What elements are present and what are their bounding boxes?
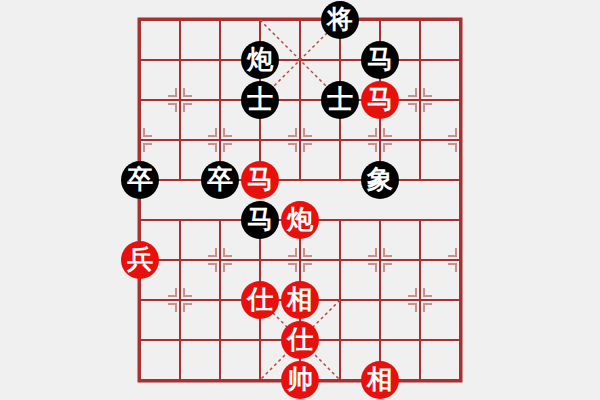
piece-glyph: 帅	[287, 366, 313, 392]
piece-black-advisor[interactable]: 士	[321, 81, 359, 119]
pieces-layer: 将炮马士士马卒卒马象马炮兵仕相仕帅相	[120, 0, 480, 400]
piece-glyph: 马	[367, 86, 393, 112]
piece-red-horse[interactable]: 马	[361, 81, 399, 119]
piece-black-horse[interactable]: 马	[361, 41, 399, 79]
piece-glyph: 马	[247, 206, 273, 232]
piece-red-horse[interactable]: 马	[241, 161, 279, 199]
piece-glyph: 马	[247, 166, 273, 192]
piece-red-elephant[interactable]: 相	[361, 361, 399, 399]
piece-black-general[interactable]: 将	[321, 1, 359, 39]
piece-glyph: 象	[367, 166, 393, 192]
piece-glyph: 相	[367, 366, 393, 392]
piece-glyph: 相	[287, 286, 313, 312]
piece-glyph: 仕	[247, 286, 273, 312]
piece-red-cannon[interactable]: 炮	[281, 201, 319, 239]
piece-glyph: 炮	[247, 46, 273, 72]
piece-glyph: 士	[327, 86, 353, 112]
piece-black-pawn[interactable]: 卒	[201, 161, 239, 199]
piece-glyph: 仕	[287, 326, 313, 352]
piece-black-pawn[interactable]: 卒	[121, 161, 159, 199]
piece-glyph: 卒	[127, 166, 153, 192]
piece-red-advisor[interactable]: 仕	[281, 321, 319, 359]
piece-glyph: 炮	[287, 206, 313, 232]
piece-glyph: 兵	[127, 246, 153, 272]
piece-glyph: 将	[327, 6, 353, 32]
piece-red-general[interactable]: 帅	[281, 361, 319, 399]
piece-black-cannon[interactable]: 炮	[241, 41, 279, 79]
piece-glyph: 马	[367, 46, 393, 72]
piece-glyph: 卒	[207, 166, 233, 192]
piece-glyph: 士	[247, 86, 273, 112]
piece-black-elephant[interactable]: 象	[361, 161, 399, 199]
xiangqi-app: 将炮马士士马卒卒马象马炮兵仕相仕帅相	[0, 0, 600, 400]
piece-black-advisor[interactable]: 士	[241, 81, 279, 119]
piece-red-pawn[interactable]: 兵	[121, 241, 159, 279]
piece-black-horse[interactable]: 马	[241, 201, 279, 239]
piece-red-advisor[interactable]: 仕	[241, 281, 279, 319]
piece-red-elephant[interactable]: 相	[281, 281, 319, 319]
